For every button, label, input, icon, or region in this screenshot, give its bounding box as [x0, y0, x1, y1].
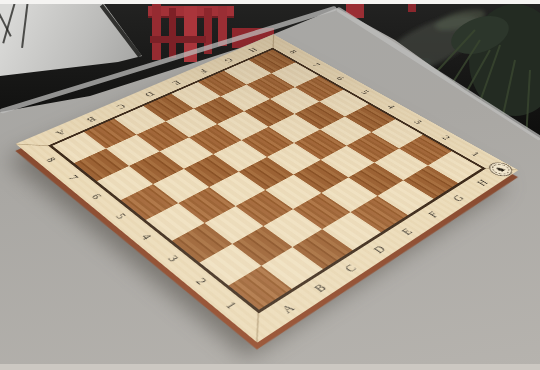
photo-border-strip-bottom [0, 364, 540, 370]
rank-label: G [450, 193, 466, 203]
rank-label: D [371, 244, 387, 255]
rank-label: 5 [359, 89, 370, 95]
rank-label: 2 [440, 134, 452, 141]
rank-label: 8 [44, 156, 58, 163]
rank-label: C [342, 262, 358, 273]
miter-seam [256, 312, 259, 342]
rank-label: B [311, 282, 328, 294]
rank-label: B [85, 115, 98, 123]
rank-label: 7 [66, 174, 80, 182]
rank-label: A [279, 302, 297, 315]
rank-label: 3 [165, 254, 180, 264]
chess-board: ABCDEFGH ABCDEFGH 87654321 87654321 ♞ [16, 34, 519, 342]
rank-label: 5 [113, 212, 128, 221]
rank-label: F [197, 68, 208, 74]
rank-label: 8 [287, 49, 298, 54]
miter-seam [273, 34, 275, 48]
miter-seam [16, 144, 50, 146]
rank-label: 6 [334, 76, 345, 82]
rank-label: H [474, 178, 489, 187]
rank-label: 4 [139, 233, 154, 242]
rank-label: 1 [223, 300, 239, 311]
board-grid [52, 50, 481, 310]
rank-label: 6 [89, 193, 103, 201]
rank-label: 3 [412, 119, 424, 125]
board-scene: ABCDEFGH ABCDEFGH 87654321 87654321 ♞ [0, 0, 540, 370]
rank-label: 1 [469, 151, 481, 158]
knight-icon: ♞ [492, 164, 509, 174]
rank-label: F [426, 210, 440, 219]
rank-label: 2 [193, 277, 208, 287]
rank-label: G [222, 57, 235, 64]
rank-label: E [170, 79, 182, 86]
rank-label: 4 [385, 104, 396, 110]
rank-label: D [143, 91, 156, 98]
rank-label: 7 [310, 62, 321, 67]
photo-border-strip-top [0, 0, 540, 4]
rank-label: H [246, 47, 258, 53]
rank-label: A [53, 128, 67, 136]
rank-label: E [399, 226, 414, 236]
rank-label: C [114, 103, 127, 110]
